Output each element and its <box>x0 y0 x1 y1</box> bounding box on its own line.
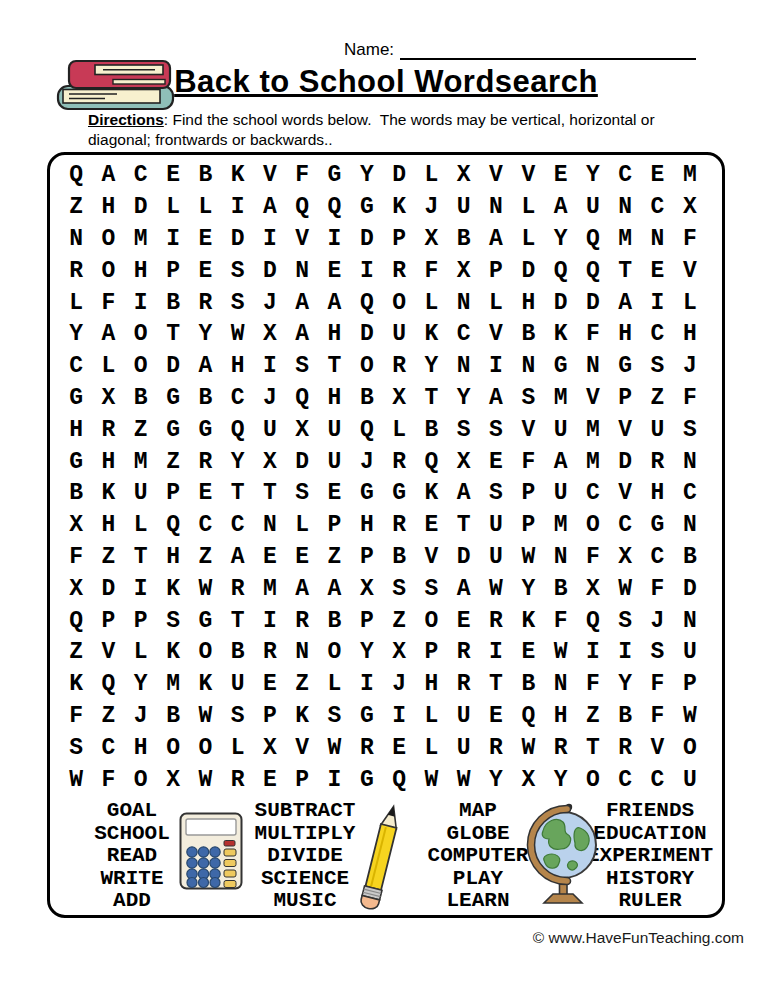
grid-cell[interactable]: P <box>157 255 189 287</box>
grid-cell[interactable]: L <box>125 637 157 669</box>
grid-cell[interactable]: R <box>448 669 480 701</box>
grid-cell[interactable]: Z <box>125 414 157 446</box>
grid-cell[interactable]: Z <box>92 542 124 574</box>
grid-cell[interactable]: A <box>318 287 350 319</box>
grid-cell[interactable]: R <box>383 510 415 542</box>
grid-cell[interactable]: R <box>351 732 383 764</box>
grid-cell[interactable]: N <box>448 287 480 319</box>
grid-cell[interactable]: S <box>674 414 706 446</box>
grid-cell[interactable]: V <box>609 478 641 510</box>
grid-cell[interactable]: O <box>577 510 609 542</box>
grid-cell[interactable]: F <box>415 255 447 287</box>
grid-cell[interactable]: T <box>221 605 253 637</box>
grid-cell[interactable]: J <box>351 446 383 478</box>
grid-cell[interactable]: Q <box>60 605 92 637</box>
grid-cell[interactable]: B <box>189 160 221 192</box>
grid-cell[interactable]: F <box>674 383 706 415</box>
grid-cell[interactable]: X <box>448 446 480 478</box>
grid-cell[interactable]: L <box>60 287 92 319</box>
grid-cell[interactable]: Q <box>157 510 189 542</box>
grid-cell[interactable]: S <box>286 351 318 383</box>
grid-cell[interactable]: E <box>544 160 576 192</box>
grid-cell[interactable]: M <box>544 383 576 415</box>
grid-cell[interactable]: K <box>189 669 221 701</box>
grid-cell[interactable]: B <box>544 573 576 605</box>
grid-cell[interactable]: E <box>641 160 673 192</box>
grid-cell[interactable]: A <box>189 351 221 383</box>
grid-cell[interactable]: D <box>351 224 383 256</box>
grid-cell[interactable]: Z <box>318 542 350 574</box>
grid-cell[interactable]: E <box>383 732 415 764</box>
grid-cell[interactable]: U <box>383 319 415 351</box>
grid-cell[interactable]: R <box>286 605 318 637</box>
grid-cell[interactable]: N <box>674 446 706 478</box>
grid-cell[interactable]: J <box>254 287 286 319</box>
grid-cell[interactable]: E <box>189 224 221 256</box>
grid-cell[interactable]: G <box>189 414 221 446</box>
grid-cell[interactable]: Z <box>157 446 189 478</box>
grid-cell[interactable]: R <box>189 446 221 478</box>
grid-cell[interactable]: E <box>254 764 286 796</box>
grid-cell[interactable]: D <box>544 287 576 319</box>
grid-cell[interactable]: U <box>254 414 286 446</box>
grid-cell[interactable]: L <box>125 510 157 542</box>
grid-cell[interactable]: A <box>92 160 124 192</box>
grid-cell[interactable]: J <box>641 605 673 637</box>
grid-cell[interactable]: V <box>512 160 544 192</box>
grid-cell[interactable]: W <box>512 542 544 574</box>
grid-cell[interactable]: Z <box>60 192 92 224</box>
grid-cell[interactable]: Z <box>286 669 318 701</box>
grid-cell[interactable]: W <box>415 764 447 796</box>
grid-cell[interactable]: O <box>92 255 124 287</box>
grid-cell[interactable]: S <box>318 701 350 733</box>
grid-cell[interactable]: S <box>221 701 253 733</box>
grid-cell[interactable]: H <box>609 319 641 351</box>
grid-cell[interactable]: W <box>674 701 706 733</box>
grid-cell[interactable]: V <box>641 732 673 764</box>
grid-cell[interactable]: O <box>318 637 350 669</box>
grid-cell[interactable]: F <box>674 224 706 256</box>
grid-cell[interactable]: G <box>641 510 673 542</box>
grid-cell[interactable]: R <box>383 446 415 478</box>
grid-cell[interactable]: O <box>125 319 157 351</box>
grid-cell[interactable]: C <box>221 510 253 542</box>
grid-cell[interactable]: E <box>448 605 480 637</box>
grid-cell[interactable]: O <box>383 287 415 319</box>
grid-cell[interactable]: B <box>512 669 544 701</box>
grid-cell[interactable]: U <box>221 669 253 701</box>
grid-cell[interactable]: U <box>544 414 576 446</box>
grid-cell[interactable]: Y <box>60 319 92 351</box>
grid-cell[interactable]: Q <box>60 160 92 192</box>
grid-cell[interactable]: U <box>480 510 512 542</box>
grid-cell[interactable]: Q <box>286 383 318 415</box>
grid-cell[interactable]: L <box>415 160 447 192</box>
grid-cell[interactable]: B <box>512 319 544 351</box>
grid-cell[interactable]: K <box>286 701 318 733</box>
grid-cell[interactable]: X <box>383 383 415 415</box>
grid-cell[interactable]: U <box>448 701 480 733</box>
grid-cell[interactable]: C <box>609 160 641 192</box>
grid-cell[interactable]: G <box>383 478 415 510</box>
grid-cell[interactable]: N <box>60 224 92 256</box>
grid-cell[interactable]: Y <box>544 764 576 796</box>
grid-cell[interactable]: M <box>609 224 641 256</box>
grid-cell[interactable]: I <box>318 224 350 256</box>
grid-cell[interactable]: V <box>92 637 124 669</box>
grid-cell[interactable]: U <box>318 414 350 446</box>
grid-cell[interactable]: W <box>609 573 641 605</box>
grid-cell[interactable]: K <box>60 669 92 701</box>
grid-cell[interactable]: G <box>60 446 92 478</box>
grid-cell[interactable]: A <box>286 319 318 351</box>
grid-cell[interactable]: L <box>415 287 447 319</box>
grid-cell[interactable]: E <box>254 542 286 574</box>
grid-cell[interactable]: T <box>480 669 512 701</box>
grid-cell[interactable]: J <box>674 351 706 383</box>
grid-cell[interactable]: H <box>92 446 124 478</box>
grid-cell[interactable]: X <box>415 224 447 256</box>
grid-cell[interactable]: E <box>157 160 189 192</box>
grid-cell[interactable]: I <box>641 287 673 319</box>
grid-cell[interactable]: E <box>480 701 512 733</box>
grid-cell[interactable]: R <box>221 573 253 605</box>
grid-cell[interactable]: T <box>318 351 350 383</box>
grid-cell[interactable]: B <box>448 224 480 256</box>
grid-cell[interactable]: S <box>415 573 447 605</box>
grid-cell[interactable]: O <box>92 224 124 256</box>
grid-cell[interactable]: B <box>189 383 221 415</box>
grid-cell[interactable]: P <box>92 605 124 637</box>
grid-cell[interactable]: A <box>480 383 512 415</box>
grid-cell[interactable]: Y <box>415 351 447 383</box>
grid-cell[interactable]: W <box>221 319 253 351</box>
grid-cell[interactable]: V <box>577 383 609 415</box>
grid-cell[interactable]: P <box>480 255 512 287</box>
grid-cell[interactable]: M <box>125 446 157 478</box>
grid-cell[interactable]: P <box>351 605 383 637</box>
grid-cell[interactable]: K <box>512 605 544 637</box>
grid-cell[interactable]: F <box>60 701 92 733</box>
grid-cell[interactable]: V <box>415 542 447 574</box>
grid-cell[interactable]: Q <box>221 414 253 446</box>
grid-cell[interactable]: Y <box>125 669 157 701</box>
grid-cell[interactable]: H <box>60 414 92 446</box>
grid-cell[interactable]: G <box>351 701 383 733</box>
grid-cell[interactable]: H <box>92 192 124 224</box>
grid-cell[interactable]: N <box>448 351 480 383</box>
grid-cell[interactable]: D <box>157 351 189 383</box>
grid-cell[interactable]: Z <box>189 542 221 574</box>
grid-cell[interactable]: B <box>157 701 189 733</box>
grid-cell[interactable]: U <box>318 446 350 478</box>
grid-cell[interactable]: I <box>125 573 157 605</box>
grid-cell[interactable]: V <box>286 732 318 764</box>
grid-cell[interactable]: T <box>125 542 157 574</box>
grid-cell[interactable]: S <box>157 605 189 637</box>
grid-cell[interactable]: H <box>351 510 383 542</box>
grid-cell[interactable]: F <box>92 287 124 319</box>
grid-cell[interactable]: R <box>641 446 673 478</box>
grid-cell[interactable]: S <box>383 573 415 605</box>
grid-cell[interactable]: X <box>674 192 706 224</box>
grid-cell[interactable]: I <box>480 351 512 383</box>
grid-cell[interactable]: H <box>125 732 157 764</box>
grid-cell[interactable]: Q <box>286 192 318 224</box>
grid-cell[interactable]: X <box>60 573 92 605</box>
grid-cell[interactable]: O <box>189 637 221 669</box>
grid-cell[interactable]: O <box>125 351 157 383</box>
grid-cell[interactable]: A <box>544 192 576 224</box>
grid-cell[interactable]: T <box>254 478 286 510</box>
grid-cell[interactable]: O <box>674 732 706 764</box>
grid-cell[interactable]: S <box>641 351 673 383</box>
grid-cell[interactable]: I <box>609 637 641 669</box>
grid-cell[interactable]: K <box>221 160 253 192</box>
grid-cell[interactable]: F <box>577 669 609 701</box>
grid-cell[interactable]: T <box>415 383 447 415</box>
grid-cell[interactable]: D <box>577 287 609 319</box>
grid-cell[interactable]: N <box>577 351 609 383</box>
grid-cell[interactable]: Y <box>351 160 383 192</box>
grid-cell[interactable]: X <box>383 637 415 669</box>
grid-cell[interactable]: X <box>286 414 318 446</box>
grid-cell[interactable]: R <box>189 287 221 319</box>
grid-cell[interactable]: Q <box>544 255 576 287</box>
grid-cell[interactable]: A <box>448 478 480 510</box>
grid-cell[interactable]: E <box>318 255 350 287</box>
grid-cell[interactable]: S <box>448 414 480 446</box>
grid-cell[interactable]: X <box>448 255 480 287</box>
grid-cell[interactable]: M <box>157 669 189 701</box>
grid-cell[interactable]: V <box>674 255 706 287</box>
grid-cell[interactable]: S <box>221 287 253 319</box>
grid-cell[interactable]: P <box>351 542 383 574</box>
grid-cell[interactable]: D <box>383 160 415 192</box>
grid-cell[interactable]: E <box>286 542 318 574</box>
grid-cell[interactable]: B <box>351 383 383 415</box>
grid-cell[interactable]: F <box>286 160 318 192</box>
grid-cell[interactable]: Q <box>512 701 544 733</box>
grid-cell[interactable]: I <box>318 764 350 796</box>
grid-cell[interactable]: D <box>448 542 480 574</box>
grid-cell[interactable]: C <box>641 319 673 351</box>
grid-cell[interactable]: D <box>254 255 286 287</box>
grid-cell[interactable]: Z <box>383 605 415 637</box>
grid-cell[interactable]: Y <box>189 319 221 351</box>
grid-cell[interactable]: C <box>125 160 157 192</box>
grid-cell[interactable]: N <box>641 224 673 256</box>
grid-cell[interactable]: D <box>286 446 318 478</box>
grid-cell[interactable]: B <box>674 542 706 574</box>
grid-cell[interactable]: S <box>512 383 544 415</box>
grid-cell[interactable]: U <box>125 478 157 510</box>
grid-cell[interactable]: Y <box>577 160 609 192</box>
grid-cell[interactable]: U <box>674 764 706 796</box>
grid-cell[interactable]: T <box>221 478 253 510</box>
grid-cell[interactable]: N <box>254 510 286 542</box>
grid-cell[interactable]: E <box>254 669 286 701</box>
grid-cell[interactable]: F <box>641 669 673 701</box>
grid-cell[interactable]: E <box>189 255 221 287</box>
grid-cell[interactable]: X <box>92 383 124 415</box>
grid-cell[interactable]: G <box>189 605 221 637</box>
grid-cell[interactable]: G <box>157 414 189 446</box>
grid-cell[interactable]: Q <box>318 192 350 224</box>
grid-cell[interactable]: Z <box>60 637 92 669</box>
grid-cell[interactable]: L <box>415 732 447 764</box>
grid-cell[interactable]: C <box>609 510 641 542</box>
grid-cell[interactable]: I <box>577 637 609 669</box>
grid-cell[interactable]: S <box>60 732 92 764</box>
grid-cell[interactable]: W <box>480 573 512 605</box>
grid-cell[interactable]: M <box>544 510 576 542</box>
grid-cell[interactable]: P <box>254 701 286 733</box>
grid-cell[interactable]: V <box>286 224 318 256</box>
grid-cell[interactable]: J <box>125 701 157 733</box>
grid-cell[interactable]: G <box>351 764 383 796</box>
grid-cell[interactable]: A <box>480 224 512 256</box>
grid-cell[interactable]: L <box>383 414 415 446</box>
grid-cell[interactable]: B <box>125 383 157 415</box>
grid-cell[interactable]: A <box>286 287 318 319</box>
grid-cell[interactable]: O <box>415 605 447 637</box>
grid-cell[interactable]: C <box>221 383 253 415</box>
grid-cell[interactable]: V <box>512 414 544 446</box>
grid-cell[interactable]: X <box>60 510 92 542</box>
grid-cell[interactable]: S <box>221 255 253 287</box>
grid-cell[interactable]: W <box>544 637 576 669</box>
grid-cell[interactable]: E <box>415 510 447 542</box>
grid-cell[interactable]: P <box>609 383 641 415</box>
grid-cell[interactable]: C <box>577 478 609 510</box>
grid-cell[interactable]: F <box>512 446 544 478</box>
grid-cell[interactable]: H <box>125 255 157 287</box>
grid-cell[interactable]: P <box>674 669 706 701</box>
grid-cell[interactable]: W <box>189 764 221 796</box>
grid-cell[interactable]: N <box>674 510 706 542</box>
grid-cell[interactable]: A <box>286 573 318 605</box>
grid-cell[interactable]: H <box>674 319 706 351</box>
grid-cell[interactable]: X <box>254 732 286 764</box>
grid-cell[interactable]: N <box>286 255 318 287</box>
grid-cell[interactable]: Q <box>92 669 124 701</box>
grid-cell[interactable]: V <box>480 319 512 351</box>
grid-cell[interactable]: D <box>351 319 383 351</box>
grid-cell[interactable]: Z <box>641 383 673 415</box>
grid-cell[interactable]: X <box>254 446 286 478</box>
grid-cell[interactable]: U <box>577 192 609 224</box>
grid-cell[interactable]: R <box>60 255 92 287</box>
grid-cell[interactable]: R <box>92 414 124 446</box>
grid-cell[interactable]: N <box>480 192 512 224</box>
grid-cell[interactable]: R <box>383 351 415 383</box>
grid-cell[interactable]: A <box>254 192 286 224</box>
grid-cell[interactable]: N <box>286 637 318 669</box>
grid-cell[interactable]: L <box>189 192 221 224</box>
grid-cell[interactable]: Q <box>351 414 383 446</box>
grid-cell[interactable]: H <box>221 351 253 383</box>
grid-cell[interactable]: U <box>641 414 673 446</box>
grid-cell[interactable]: C <box>641 542 673 574</box>
grid-cell[interactable]: A <box>92 319 124 351</box>
grid-cell[interactable]: G <box>60 383 92 415</box>
grid-cell[interactable]: F <box>641 573 673 605</box>
grid-cell[interactable]: U <box>448 192 480 224</box>
grid-cell[interactable]: M <box>577 414 609 446</box>
grid-cell[interactable]: D <box>221 224 253 256</box>
grid-cell[interactable]: L <box>512 224 544 256</box>
grid-cell[interactable]: L <box>221 732 253 764</box>
grid-cell[interactable]: L <box>92 351 124 383</box>
grid-cell[interactable]: G <box>351 478 383 510</box>
grid-cell[interactable]: E <box>480 446 512 478</box>
grid-cell[interactable]: B <box>60 478 92 510</box>
grid-cell[interactable]: W <box>512 732 544 764</box>
grid-cell[interactable]: P <box>286 764 318 796</box>
grid-cell[interactable]: C <box>674 478 706 510</box>
grid-cell[interactable]: F <box>641 701 673 733</box>
grid-cell[interactable]: W <box>60 764 92 796</box>
grid-cell[interactable]: B <box>415 414 447 446</box>
grid-cell[interactable]: X <box>351 573 383 605</box>
grid-cell[interactable]: P <box>383 224 415 256</box>
grid-cell[interactable]: D <box>92 573 124 605</box>
grid-cell[interactable]: F <box>577 542 609 574</box>
grid-cell[interactable]: O <box>157 732 189 764</box>
grid-cell[interactable]: A <box>448 573 480 605</box>
grid-cell[interactable]: A <box>221 542 253 574</box>
grid-cell[interactable]: W <box>318 732 350 764</box>
grid-cell[interactable]: R <box>221 764 253 796</box>
grid-cell[interactable]: R <box>480 605 512 637</box>
grid-cell[interactable]: H <box>318 383 350 415</box>
grid-cell[interactable]: I <box>254 351 286 383</box>
grid-cell[interactable]: Y <box>609 669 641 701</box>
grid-cell[interactable]: M <box>125 224 157 256</box>
grid-cell[interactable]: R <box>254 637 286 669</box>
grid-cell[interactable]: C <box>609 764 641 796</box>
grid-cell[interactable]: K <box>383 192 415 224</box>
grid-cell[interactable]: B <box>221 637 253 669</box>
grid-cell[interactable]: J <box>254 383 286 415</box>
grid-cell[interactable]: Y <box>480 764 512 796</box>
grid-cell[interactable]: H <box>318 319 350 351</box>
grid-cell[interactable]: L <box>157 192 189 224</box>
grid-cell[interactable]: E <box>512 637 544 669</box>
grid-cell[interactable]: A <box>318 573 350 605</box>
grid-cell[interactable]: G <box>157 383 189 415</box>
grid-cell[interactable]: W <box>448 764 480 796</box>
grid-cell[interactable]: X <box>157 764 189 796</box>
grid-cell[interactable]: V <box>609 414 641 446</box>
grid-cell[interactable]: R <box>383 255 415 287</box>
grid-cell[interactable]: S <box>286 478 318 510</box>
grid-cell[interactable]: I <box>254 224 286 256</box>
grid-cell[interactable]: N <box>512 351 544 383</box>
grid-cell[interactable]: T <box>609 255 641 287</box>
grid-cell[interactable]: E <box>641 255 673 287</box>
grid-cell[interactable]: Q <box>577 605 609 637</box>
grid-cell[interactable]: P <box>318 510 350 542</box>
grid-cell[interactable]: K <box>157 573 189 605</box>
grid-cell[interactable]: R <box>480 732 512 764</box>
grid-cell[interactable]: B <box>318 605 350 637</box>
grid-cell[interactable]: F <box>544 605 576 637</box>
grid-cell[interactable]: K <box>92 478 124 510</box>
grid-cell[interactable]: H <box>641 478 673 510</box>
